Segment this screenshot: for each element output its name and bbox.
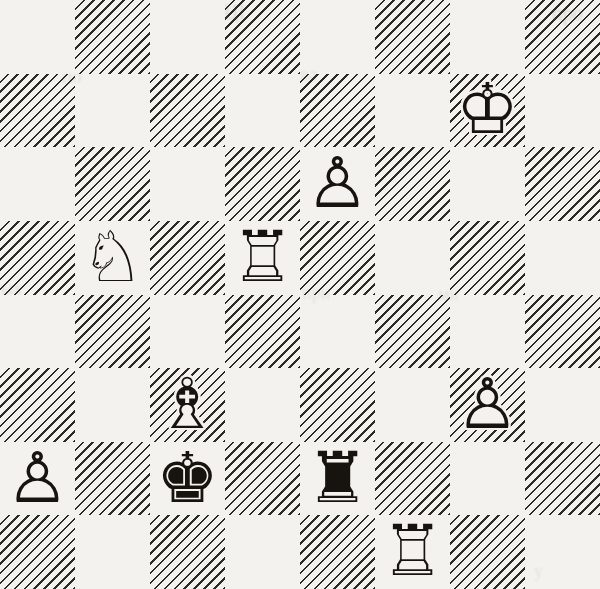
white-rook: ♜♖	[225, 221, 300, 295]
square-d7	[225, 74, 300, 148]
square-b5: ♞♘	[75, 221, 150, 295]
square-h3	[525, 368, 600, 442]
white-pawn: ♟♙	[0, 442, 75, 516]
square-e2: ♜♜	[300, 442, 375, 516]
square-b2	[75, 442, 150, 516]
square-d6	[225, 147, 300, 221]
black-rook: ♜♜	[300, 442, 375, 516]
white-pawn: ♟♙	[450, 368, 525, 442]
white-rook-glyph: ♖	[381, 516, 444, 586]
square-f7	[375, 74, 450, 148]
square-a1	[0, 515, 75, 589]
square-g8	[450, 0, 525, 74]
square-d4	[225, 295, 300, 369]
square-c8	[150, 0, 225, 74]
square-a8	[0, 0, 75, 74]
square-c4	[150, 295, 225, 369]
square-f6	[375, 147, 450, 221]
square-h7	[525, 74, 600, 148]
square-h2	[525, 442, 600, 516]
scanned-page: ♚♔♟♙♞♘♜♖♝♗♟♙♟♙♚♚♜♜♜♖ ЦІпроповаыхпримиу	[0, 0, 600, 589]
square-b3	[75, 368, 150, 442]
square-b8	[75, 0, 150, 74]
white-pawn-glyph: ♙	[6, 442, 69, 512]
square-g3: ♟♙	[450, 368, 525, 442]
square-g2	[450, 442, 525, 516]
black-king-glyph: ♚	[156, 442, 219, 512]
square-a2: ♟♙	[0, 442, 75, 516]
square-g5	[450, 221, 525, 295]
square-h5	[525, 221, 600, 295]
square-g1	[450, 515, 525, 589]
white-rook-glyph: ♖	[231, 221, 294, 291]
square-d1	[225, 515, 300, 589]
chess-board: ♚♔♟♙♞♘♜♖♝♗♟♙♟♙♚♚♜♜♜♖	[0, 0, 600, 589]
white-bishop-glyph: ♗	[156, 369, 219, 439]
square-e4	[300, 295, 375, 369]
square-f3	[375, 368, 450, 442]
square-b6	[75, 147, 150, 221]
square-h4	[525, 295, 600, 369]
square-e1	[300, 515, 375, 589]
square-h8	[525, 0, 600, 74]
square-e3	[300, 368, 375, 442]
square-b1	[75, 515, 150, 589]
black-king: ♚♚	[150, 442, 225, 516]
square-e5	[300, 221, 375, 295]
square-f2	[375, 442, 450, 516]
square-f8	[375, 0, 450, 74]
white-bishop: ♝♗	[150, 368, 225, 442]
square-h6	[525, 147, 600, 221]
square-c3: ♝♗	[150, 368, 225, 442]
white-pawn-glyph: ♙	[456, 369, 519, 439]
square-c6	[150, 147, 225, 221]
square-g4	[450, 295, 525, 369]
square-h1	[525, 515, 600, 589]
square-g7: ♚♔	[450, 74, 525, 148]
square-e8	[300, 0, 375, 74]
square-c2: ♚♚	[150, 442, 225, 516]
square-b4	[75, 295, 150, 369]
white-king-glyph: ♔	[456, 74, 519, 144]
white-king: ♚♔	[450, 74, 525, 148]
square-f5	[375, 221, 450, 295]
square-c7	[150, 74, 225, 148]
square-c5	[150, 221, 225, 295]
white-knight: ♞♘	[75, 221, 150, 295]
square-d3	[225, 368, 300, 442]
square-a7	[0, 74, 75, 148]
square-a4	[0, 295, 75, 369]
white-knight-glyph: ♘	[81, 221, 144, 291]
black-rook-glyph: ♜	[306, 442, 369, 512]
square-d5: ♜♖	[225, 221, 300, 295]
square-g6	[450, 147, 525, 221]
square-e6: ♟♙	[300, 147, 375, 221]
square-a3	[0, 368, 75, 442]
square-d8	[225, 0, 300, 74]
square-e7	[300, 74, 375, 148]
square-a6	[0, 147, 75, 221]
square-a5	[0, 221, 75, 295]
square-f1: ♜♖	[375, 515, 450, 589]
white-pawn-glyph: ♙	[306, 148, 369, 218]
square-f4	[375, 295, 450, 369]
square-b7	[75, 74, 150, 148]
white-rook: ♜♖	[375, 515, 450, 589]
square-c1	[150, 515, 225, 589]
square-d2	[225, 442, 300, 516]
white-pawn: ♟♙	[300, 147, 375, 221]
